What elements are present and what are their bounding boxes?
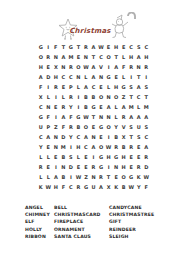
grid-cell: L [45, 93, 53, 103]
word-list-item: ELF [25, 218, 55, 225]
grid-cell: S [142, 83, 150, 93]
grid-cell: T [127, 132, 135, 142]
grid-cell: R [120, 113, 128, 123]
grid-cell: T [90, 113, 98, 123]
page-title: Christmas [0, 27, 180, 35]
grid-cell: X [120, 132, 128, 142]
grid-cell: G [37, 43, 45, 53]
grid-cell: A [60, 53, 68, 63]
grid-cell: L [37, 152, 45, 162]
word-list-item: CHRISTMASCARD [54, 211, 106, 218]
grid-cell: E [52, 103, 60, 113]
grid-cell: I [67, 142, 75, 152]
grid-cell: L [120, 53, 128, 63]
grid-cell: R [97, 172, 105, 182]
grid-cell: I [105, 132, 113, 142]
grid-cell: E [52, 152, 60, 162]
grid-cell: M [67, 53, 75, 63]
grid-cell: N [112, 162, 120, 172]
grid-cell: L [112, 113, 120, 123]
grid-cell: A [127, 113, 135, 123]
grid-cell: T [105, 172, 113, 182]
grid-cell: C [67, 182, 75, 192]
grid-cell: O [82, 122, 90, 132]
grid-cell: A [90, 73, 98, 83]
grid-cell: B [90, 93, 98, 103]
grid-cell: R [127, 142, 135, 152]
grid-cell: G [67, 43, 75, 53]
grid-cell: D [142, 162, 150, 172]
grid-cell: A [45, 132, 53, 142]
grid-cell: C [67, 73, 75, 83]
grid-cell: R [112, 142, 120, 152]
grid-cell: F [67, 113, 75, 123]
grid-cell: R [142, 152, 150, 162]
grid-cell: D [60, 132, 68, 142]
grid-cell: T [112, 53, 120, 63]
grid-cell: R [127, 63, 135, 73]
grid-cell: A [90, 63, 98, 73]
grid-cell: C [75, 132, 83, 142]
grid-cell: N [82, 53, 90, 63]
grid-cell: L [45, 172, 53, 182]
grid-cell: I [75, 93, 83, 103]
grid-cell: O [105, 122, 113, 132]
grid-cell: R [60, 103, 68, 113]
grid-cell: O [97, 93, 105, 103]
grid-cell: H [105, 152, 113, 162]
grid-cell: H [37, 63, 45, 73]
grid-cell: G [97, 122, 105, 132]
grid-cell: O [112, 93, 120, 103]
grid-cell: I [142, 73, 150, 83]
grid-cell: W [82, 63, 90, 73]
word-list-item: REINDEER [109, 226, 169, 233]
grid-cell: Y [112, 122, 120, 132]
grid-cell: N [52, 142, 60, 152]
grid-cell: V [97, 63, 105, 73]
grid-cell: C [142, 132, 150, 142]
grid-cell: H [75, 142, 83, 152]
grid-cell: A [82, 132, 90, 142]
grid-cell: N [135, 63, 143, 73]
grid-cell: A [90, 43, 98, 53]
grid-cell: I [52, 162, 60, 172]
grid-cell: L [75, 83, 83, 93]
grid-cell: A [82, 83, 90, 93]
grid-cell: E [45, 63, 53, 73]
grid-cell: B [82, 103, 90, 113]
grid-cell: N [60, 162, 68, 172]
grid-cell: D [45, 73, 53, 83]
grid-cell: E [75, 53, 83, 63]
grid-cell: F [60, 182, 68, 192]
grid-cell: W [105, 142, 113, 152]
grid-cell: A [142, 142, 150, 152]
word-search-grid: GIFTGTRAWEHECSCORNAMENTCOTLHAHHEXNROWAVI… [37, 43, 150, 192]
grid-cell: R [37, 162, 45, 172]
grid-cell: E [120, 43, 128, 53]
grid-cell: O [75, 63, 83, 73]
word-list-item: ORNAMENT [54, 226, 106, 233]
word-list-column-3: CANDYCANECHRISTMASTREEGIFTREINDEERSLEIGH [109, 204, 169, 240]
grid-cell: K [135, 172, 143, 182]
grid-cell: C [90, 83, 98, 93]
grid-cell: B [112, 132, 120, 142]
grid-cell: B [120, 182, 128, 192]
grid-cell: N [45, 103, 53, 113]
grid-cell: Z [52, 122, 60, 132]
grid-cell: Y [135, 182, 143, 192]
grid-cell: C [97, 53, 105, 63]
grid-cell: E [82, 162, 90, 172]
grid-cell: E [90, 122, 98, 132]
grid-cell: U [90, 182, 98, 192]
worksheet-page: Christmas GIFTGTRAWEHECSCORNAMENTCOTLHAH… [0, 0, 180, 256]
word-list-column-2: BELLCHRISTMASCARDFIREPLACEORNAMENTSANTA … [54, 204, 106, 240]
grid-cell: G [112, 152, 120, 162]
grid-cell: U [135, 122, 143, 132]
grid-cell: E [105, 43, 113, 53]
grid-cell: T [60, 43, 68, 53]
grid-cell: O [37, 53, 45, 63]
grid-cell: T [90, 53, 98, 63]
grid-cell: L [112, 103, 120, 113]
word-list-item: RIBBON [25, 233, 55, 240]
word-list-item: ANGEL [25, 204, 55, 211]
grid-cell: I [127, 73, 135, 83]
grid-cell: N [90, 172, 98, 182]
grid-cell: N [105, 113, 113, 123]
grid-cell: M [142, 103, 150, 113]
grid-cell: C [60, 73, 68, 83]
grid-cell: A [60, 113, 68, 123]
word-list-item: GIFT [109, 218, 169, 225]
grid-cell: H [52, 73, 60, 83]
grid-cell: O [105, 53, 113, 63]
grid-cell: X [37, 93, 45, 103]
grid-cell: L [120, 73, 128, 83]
grid-cell: N [60, 63, 68, 73]
grid-cell: C [37, 132, 45, 142]
grid-cell: G [82, 182, 90, 192]
grid-cell: A [97, 182, 105, 192]
grid-cell: X [105, 182, 113, 192]
grid-cell: W [142, 172, 150, 182]
grid-cell: N [90, 132, 98, 142]
grid-cell: F [45, 113, 53, 123]
word-list: ANGELCHIMNEYELFHOLLYRIBBON BELLCHRISTMAS… [0, 204, 180, 248]
grid-cell: E [45, 162, 53, 172]
grid-cell: I [45, 83, 53, 93]
grid-cell: R [67, 63, 75, 73]
grid-cell: E [75, 162, 83, 172]
grid-cell: N [52, 132, 60, 142]
grid-cell: V [120, 122, 128, 132]
grid-cell: H [142, 53, 150, 63]
grid-cell: X [52, 63, 60, 73]
grid-cell: R [142, 63, 150, 73]
grid-cell: H [127, 53, 135, 63]
grid-cell: N [105, 93, 113, 103]
word-list-item: HOLLY [25, 226, 55, 233]
grid-cell: G [37, 113, 45, 123]
grid-cell: O [120, 172, 128, 182]
grid-cell: F [120, 63, 128, 73]
grid-cell: L [135, 103, 143, 113]
grid-cell: I [105, 162, 113, 172]
grid-cell: W [82, 113, 90, 123]
grid-cell: G [97, 162, 105, 172]
grid-cell: N [97, 113, 105, 123]
grid-cell: T [127, 93, 135, 103]
grid-cell: E [45, 142, 53, 152]
grid-cell: L [82, 73, 90, 83]
grid-cell: C [142, 43, 150, 53]
grid-cell: E [135, 152, 143, 162]
grid-cell: I [67, 172, 75, 182]
grid-cell: P [67, 83, 75, 93]
grid-cell: S [127, 122, 135, 132]
grid-cell: T [135, 73, 143, 83]
grid-cell: C [127, 43, 135, 53]
grid-cell: Y [67, 103, 75, 113]
grid-cell: S [127, 83, 135, 93]
grid-cell: G [127, 172, 135, 182]
grid-cell: C [37, 103, 45, 113]
word-list-column-1: ANGELCHIMNEYELFHOLLYRIBBON [25, 204, 55, 240]
grid-cell: T [75, 43, 83, 53]
grid-cell: P [45, 122, 53, 132]
grid-cell: C [135, 93, 143, 103]
grid-cell: T [142, 93, 150, 103]
grid-cell: D [67, 162, 75, 172]
grid-cell: E [127, 152, 135, 162]
grid-cell: I [105, 63, 113, 73]
grid-cell: G [105, 73, 113, 83]
grid-cell: R [67, 122, 75, 132]
grid-cell: E [82, 152, 90, 162]
grid-cell: W [45, 182, 53, 192]
grid-cell: U [37, 122, 45, 132]
grid-cell: B [82, 93, 90, 103]
grid-cell: S [135, 43, 143, 53]
grid-cell: G [120, 83, 128, 93]
grid-cell: A [90, 142, 98, 152]
grid-cell: F [142, 182, 150, 192]
word-list-item: BELL [54, 204, 106, 211]
grid-cell: E [112, 73, 120, 83]
grid-cell: L [105, 83, 113, 93]
grid-cell: B [120, 142, 128, 152]
grid-cell: N [97, 73, 105, 83]
grid-cell: R [135, 162, 143, 172]
grid-cell: F [52, 43, 60, 53]
grid-cell: I [52, 113, 60, 123]
grid-cell: C [82, 142, 90, 152]
grid-cell: E [127, 162, 135, 172]
grid-cell: N [52, 53, 60, 63]
grid-cell: W [97, 43, 105, 53]
grid-cell: N [75, 73, 83, 83]
grid-cell: O [97, 142, 105, 152]
grid-cell: I [90, 152, 98, 162]
grid-cell: S [142, 122, 150, 132]
grid-cell: S [67, 152, 75, 162]
grid-cell: R [90, 162, 98, 172]
word-list-item: CANDYCANE [109, 204, 169, 211]
grid-cell: B [75, 122, 83, 132]
grid-cell: A [37, 73, 45, 83]
word-list-item: FIREPLACE [54, 218, 106, 225]
grid-cell: Z [82, 172, 90, 182]
grid-cell: Z [120, 93, 128, 103]
grid-cell: H [112, 83, 120, 93]
elf-candy-cane-icon [107, 12, 137, 42]
grid-cell: K [112, 182, 120, 192]
grid-cell: R [67, 93, 75, 103]
grid-cell: A [135, 83, 143, 93]
grid-cell: A [52, 172, 60, 182]
word-list-item: CHIMNEY [25, 211, 55, 218]
grid-cell: E [97, 103, 105, 113]
grid-cell: H [120, 162, 128, 172]
grid-cell: Y [37, 142, 45, 152]
grid-cell: I [52, 93, 60, 103]
grid-cell: B [60, 172, 68, 182]
grid-cell: Y [67, 132, 75, 142]
grid-cell: L [75, 152, 83, 162]
grid-cell: R [82, 43, 90, 53]
grid-cell: A [112, 63, 120, 73]
grid-cell: W [127, 182, 135, 192]
grid-cell: H [120, 152, 128, 162]
grid-cell: R [45, 53, 53, 63]
grid-cell: E [112, 172, 120, 182]
word-list-item: SANTA CLAUS [54, 233, 106, 240]
grid-cell: E [135, 142, 143, 152]
word-list-item: SLEIGH [109, 233, 169, 240]
grid-cell: A [105, 103, 113, 113]
grid-cell: A [135, 53, 143, 63]
grid-cell: G [75, 113, 83, 123]
grid-cell: H [52, 182, 60, 192]
grid-cell: E [97, 83, 105, 93]
grid-cell: F [60, 122, 68, 132]
grid-cell: I [45, 43, 53, 53]
grid-cell: E [97, 132, 105, 142]
grid-cell: M [60, 142, 68, 152]
grid-cell: L [45, 152, 53, 162]
grid-cell: S [135, 132, 143, 142]
grid-cell: R [52, 83, 60, 93]
grid-cell: R [75, 182, 83, 192]
grid-cell: B [60, 152, 68, 162]
grid-cell: L [37, 172, 45, 182]
grid-cell: W [75, 172, 83, 182]
grid-cell: I [75, 103, 83, 113]
grid-cell: A [142, 113, 150, 123]
grid-cell: H [112, 43, 120, 53]
grid-cell: A [135, 113, 143, 123]
grid-cell: A [120, 103, 128, 113]
grid-cell: F [37, 83, 45, 93]
grid-cell: L [60, 93, 68, 103]
grid-cell: G [97, 152, 105, 162]
grid-cell: G [90, 103, 98, 113]
grid-cell: E [60, 83, 68, 93]
word-list-item: CHRISTMASTREE [109, 211, 169, 218]
grid-cell: M [127, 103, 135, 113]
grid-cell: K [37, 182, 45, 192]
